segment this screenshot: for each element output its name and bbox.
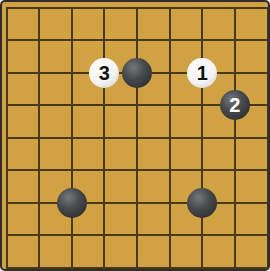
grid-line-horizontal (6, 137, 269, 139)
grid-line-horizontal (6, 169, 269, 171)
stone-c3-black[interactable] (57, 188, 87, 218)
move-number-label: 1 (197, 63, 208, 83)
grid-line-horizontal (6, 202, 269, 204)
grid-line-horizontal (6, 267, 269, 269)
stone-g3-black[interactable] (187, 188, 217, 218)
grid-line-vertical (169, 7, 171, 269)
grid-line-horizontal (6, 234, 269, 236)
grid-line-vertical (201, 7, 203, 269)
move-number-label: 2 (229, 95, 240, 115)
stone-g7-white[interactable]: 1 (187, 58, 217, 88)
stone-h6-black[interactable]: 2 (220, 90, 250, 120)
move-number-label: 3 (99, 63, 110, 83)
stone-e7-black[interactable] (122, 58, 152, 88)
stone-d7-white[interactable]: 3 (89, 58, 119, 88)
go-board[interactable]: 312 (0, 0, 270, 271)
grid-line-vertical (267, 7, 269, 269)
grid-line-vertical (234, 7, 236, 269)
